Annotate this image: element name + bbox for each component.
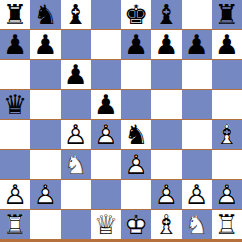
white-bishop-fill: ♝ [212,120,242,149]
square-a6[interactable] [0,60,30,89]
square-f4[interactable] [151,120,181,149]
square-d1[interactable]: ♛♕ [91,210,121,239]
black-pawn: ♟ [182,30,212,59]
square-c3[interactable]: ♞♘ [61,150,91,179]
square-h7[interactable]: ♟ [212,30,242,59]
square-e2[interactable] [121,180,151,209]
black-rook: ♜ [212,0,242,29]
square-a8[interactable]: ♜ [0,0,30,29]
square-d4[interactable]: ♟♙ [91,120,121,149]
black-king: ♚ [121,0,151,29]
white-pawn: ♙ [30,180,60,209]
white-pawn-fill: ♟ [151,180,181,209]
square-a5[interactable]: ♛ [0,90,30,119]
square-h6[interactable] [212,60,242,89]
square-e6[interactable] [121,60,151,89]
square-b4[interactable] [30,120,60,149]
white-knight-fill: ♞ [182,210,212,239]
rank-8: ♜♞♝♚♝♜ [0,0,242,29]
white-rook: ♖ [212,210,242,239]
white-pawn-fill: ♟ [182,180,212,209]
square-h3[interactable] [212,150,242,179]
square-d5[interactable]: ♟ [91,90,121,119]
square-d3[interactable] [91,150,121,179]
black-pawn: ♟ [61,60,91,89]
square-g4[interactable] [182,120,212,149]
white-queen: ♕ [91,210,121,239]
white-bishop-fill: ♝ [151,210,181,239]
square-g2[interactable]: ♟♙ [182,180,212,209]
white-pawn-fill: ♟ [30,180,60,209]
square-g1[interactable]: ♞♘ [182,210,212,239]
square-h2[interactable]: ♟♙ [212,180,242,209]
square-e5[interactable] [121,90,151,119]
square-c6[interactable]: ♟ [61,60,91,89]
square-f3[interactable] [151,150,181,179]
black-pawn: ♟ [212,30,242,59]
white-pawn: ♙ [91,120,121,149]
black-pawn: ♟ [0,30,30,59]
square-a4[interactable] [0,120,30,149]
white-rook-fill: ♜ [0,210,30,239]
rank-3: ♞♘♟♙ [0,150,242,179]
square-d8[interactable] [91,0,121,29]
rank-5: ♛♟ [0,90,242,119]
square-d2[interactable] [91,180,121,209]
rank-6: ♟ [0,60,242,89]
white-pawn-fill: ♟ [61,120,91,149]
square-g6[interactable] [182,60,212,89]
square-a3[interactable] [0,150,30,179]
square-h4[interactable]: ♝♗ [212,120,242,149]
white-pawn-fill: ♟ [91,120,121,149]
black-bishop: ♝ [151,0,181,29]
black-knight: ♞ [30,0,60,29]
rank-7: ♟♟♟♟♟♟ [0,30,242,59]
square-b1[interactable] [30,210,60,239]
square-f8[interactable]: ♝ [151,0,181,29]
square-b6[interactable] [30,60,60,89]
white-rook: ♖ [0,210,30,239]
black-pawn: ♟ [91,90,121,119]
square-h8[interactable]: ♜ [212,0,242,29]
square-b8[interactable]: ♞ [30,0,60,29]
square-b7[interactable]: ♟ [30,30,60,59]
rank-1: ♜♖♛♕♚♔♝♗♞♘♜♖ [0,210,242,239]
square-d6[interactable] [91,60,121,89]
white-knight-fill: ♞ [61,150,91,179]
white-pawn: ♙ [61,120,91,149]
square-b3[interactable] [30,150,60,179]
square-c1[interactable] [61,210,91,239]
square-c5[interactable] [61,90,91,119]
square-e1[interactable]: ♚♔ [121,210,151,239]
white-bishop: ♗ [212,120,242,149]
white-queen-fill: ♛ [91,210,121,239]
square-a1[interactable]: ♜♖ [0,210,30,239]
white-rook-fill: ♜ [212,210,242,239]
square-b2[interactable]: ♟♙ [30,180,60,209]
black-pawn: ♟ [30,30,60,59]
square-c4[interactable]: ♟♙ [61,120,91,149]
square-f6[interactable] [151,60,181,89]
black-pawn: ♟ [151,30,181,59]
square-h1[interactable]: ♜♖ [212,210,242,239]
square-f5[interactable] [151,90,181,119]
rank-2: ♟♙♟♙♟♙♟♙♟♙ [0,180,242,209]
square-g8[interactable] [182,0,212,29]
square-f1[interactable]: ♝♗ [151,210,181,239]
square-c2[interactable] [61,180,91,209]
rank-4: ♟♙♟♙♞♝♗ [0,120,242,149]
square-g3[interactable] [182,150,212,179]
square-e7[interactable]: ♟ [121,30,151,59]
square-d7[interactable] [91,30,121,59]
square-h5[interactable] [212,90,242,119]
black-bishop: ♝ [61,0,91,29]
white-knight: ♘ [182,210,212,239]
square-f7[interactable]: ♟ [151,30,181,59]
white-bishop: ♗ [151,210,181,239]
white-pawn: ♙ [0,180,30,209]
square-e8[interactable]: ♚ [121,0,151,29]
square-a7[interactable]: ♟ [0,30,30,59]
square-a2[interactable]: ♟♙ [0,180,30,209]
white-pawn-fill: ♟ [0,180,30,209]
square-b5[interactable] [30,90,60,119]
white-king-fill: ♚ [121,210,151,239]
chess-board: ♜♞♝♚♝♜♟♟♟♟♟♟♟♛♟♟♙♟♙♞♝♗♞♘♟♙♟♙♟♙♟♙♟♙♟♙♜♖♛♕… [0,0,242,242]
square-g7[interactable]: ♟ [182,30,212,59]
black-rook: ♜ [0,0,30,29]
white-pawn: ♙ [212,180,242,209]
black-pawn: ♟ [121,30,151,59]
square-c8[interactable]: ♝ [61,0,91,29]
white-king: ♔ [121,210,151,239]
white-knight: ♘ [61,150,91,179]
white-pawn: ♙ [151,180,181,209]
black-knight: ♞ [121,120,151,149]
white-pawn: ♙ [121,150,151,179]
square-f2[interactable]: ♟♙ [151,180,181,209]
black-queen: ♛ [0,90,30,119]
white-pawn: ♙ [182,180,212,209]
white-pawn-fill: ♟ [121,150,151,179]
square-e3[interactable]: ♟♙ [121,150,151,179]
square-c7[interactable] [61,30,91,59]
square-e4[interactable]: ♞ [121,120,151,149]
white-pawn-fill: ♟ [212,180,242,209]
square-g5[interactable] [182,90,212,119]
